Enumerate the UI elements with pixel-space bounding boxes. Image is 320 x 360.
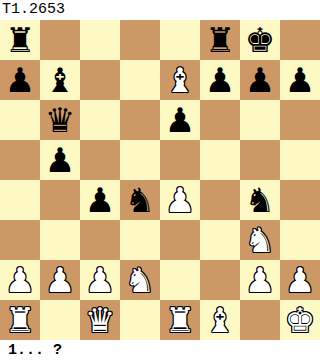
piece-white-rook: ♜ — [5, 303, 35, 337]
piece-black-rook: ♜ — [205, 23, 235, 57]
square-e3[interactable] — [160, 220, 200, 260]
piece-white-pawn: ♟ — [45, 263, 75, 297]
piece-white-pawn: ♟ — [245, 263, 275, 297]
square-f5[interactable] — [200, 140, 240, 180]
square-a8[interactable]: ♜ — [0, 20, 40, 60]
piece-white-pawn: ♟ — [165, 183, 195, 217]
piece-black-pawn: ♟ — [245, 63, 275, 97]
square-e6[interactable]: ♟ — [160, 100, 200, 140]
piece-black-pawn: ♟ — [205, 63, 235, 97]
square-h1[interactable]: ♚ — [280, 300, 320, 340]
chess-puzzle-app: T1.2653 ♜♜♚♟♝♝♟♟♟♛♟♟♟♞♟♞♞♟♟♟♞♟♟♜♛♜♝♚ 1..… — [0, 0, 320, 360]
square-a5[interactable] — [0, 140, 40, 180]
square-a7[interactable]: ♟ — [0, 60, 40, 100]
square-a6[interactable] — [0, 100, 40, 140]
square-a4[interactable] — [0, 180, 40, 220]
square-g3[interactable]: ♞ — [240, 220, 280, 260]
square-f7[interactable]: ♟ — [200, 60, 240, 100]
square-d7[interactable] — [120, 60, 160, 100]
square-c3[interactable] — [80, 220, 120, 260]
piece-white-bishop: ♝ — [165, 63, 195, 97]
piece-black-pawn: ♟ — [5, 63, 35, 97]
piece-white-knight: ♞ — [125, 263, 155, 297]
square-h6[interactable] — [280, 100, 320, 140]
square-g4[interactable]: ♞ — [240, 180, 280, 220]
square-g2[interactable]: ♟ — [240, 260, 280, 300]
square-d4[interactable]: ♞ — [120, 180, 160, 220]
square-b4[interactable] — [40, 180, 80, 220]
puzzle-title: T1.2653 — [0, 0, 320, 20]
square-f1[interactable]: ♝ — [200, 300, 240, 340]
square-d5[interactable] — [120, 140, 160, 180]
square-b2[interactable]: ♟ — [40, 260, 80, 300]
square-c1[interactable]: ♛ — [80, 300, 120, 340]
piece-black-pawn: ♟ — [285, 63, 315, 97]
square-c7[interactable] — [80, 60, 120, 100]
piece-white-bishop: ♝ — [205, 303, 235, 337]
square-e4[interactable]: ♟ — [160, 180, 200, 220]
piece-white-pawn: ♟ — [285, 263, 315, 297]
piece-white-queen: ♛ — [85, 303, 115, 337]
piece-white-king: ♚ — [285, 303, 315, 337]
square-c4[interactable]: ♟ — [80, 180, 120, 220]
square-h5[interactable] — [280, 140, 320, 180]
square-e5[interactable] — [160, 140, 200, 180]
square-a2[interactable]: ♟ — [0, 260, 40, 300]
square-h4[interactable] — [280, 180, 320, 220]
square-f6[interactable] — [200, 100, 240, 140]
square-g5[interactable] — [240, 140, 280, 180]
piece-black-pawn: ♟ — [45, 143, 75, 177]
piece-black-king: ♚ — [245, 23, 275, 57]
square-h7[interactable]: ♟ — [280, 60, 320, 100]
square-h2[interactable]: ♟ — [280, 260, 320, 300]
piece-black-knight: ♞ — [125, 183, 155, 217]
square-g7[interactable]: ♟ — [240, 60, 280, 100]
square-b1[interactable] — [40, 300, 80, 340]
piece-black-pawn: ♟ — [85, 183, 115, 217]
square-a3[interactable] — [0, 220, 40, 260]
square-f2[interactable] — [200, 260, 240, 300]
piece-white-knight: ♞ — [245, 223, 275, 257]
piece-white-pawn: ♟ — [5, 263, 35, 297]
piece-black-bishop: ♝ — [45, 63, 75, 97]
square-d8[interactable] — [120, 20, 160, 60]
square-e7[interactable]: ♝ — [160, 60, 200, 100]
piece-white-pawn: ♟ — [85, 263, 115, 297]
square-b6[interactable]: ♛ — [40, 100, 80, 140]
chess-board: ♜♜♚♟♝♝♟♟♟♛♟♟♟♞♟♞♞♟♟♟♞♟♟♜♛♜♝♚ — [0, 20, 320, 340]
square-h8[interactable] — [280, 20, 320, 60]
square-b3[interactable] — [40, 220, 80, 260]
square-b8[interactable] — [40, 20, 80, 60]
square-f3[interactable] — [200, 220, 240, 260]
square-c2[interactable]: ♟ — [80, 260, 120, 300]
piece-black-knight: ♞ — [245, 183, 275, 217]
square-f8[interactable]: ♜ — [200, 20, 240, 60]
square-g8[interactable]: ♚ — [240, 20, 280, 60]
square-g1[interactable] — [240, 300, 280, 340]
square-d1[interactable] — [120, 300, 160, 340]
piece-white-rook: ♜ — [165, 303, 195, 337]
square-c5[interactable] — [80, 140, 120, 180]
square-d2[interactable]: ♞ — [120, 260, 160, 300]
square-e2[interactable] — [160, 260, 200, 300]
square-a1[interactable]: ♜ — [0, 300, 40, 340]
square-d6[interactable] — [120, 100, 160, 140]
square-b5[interactable]: ♟ — [40, 140, 80, 180]
square-e8[interactable] — [160, 20, 200, 60]
square-e1[interactable]: ♜ — [160, 300, 200, 340]
piece-black-rook: ♜ — [5, 23, 35, 57]
piece-black-queen: ♛ — [45, 103, 75, 137]
move-prompt: 1... ? — [0, 340, 320, 360]
square-f4[interactable] — [200, 180, 240, 220]
square-c6[interactable] — [80, 100, 120, 140]
square-b7[interactable]: ♝ — [40, 60, 80, 100]
square-c8[interactable] — [80, 20, 120, 60]
square-d3[interactable] — [120, 220, 160, 260]
square-g6[interactable] — [240, 100, 280, 140]
square-h3[interactable] — [280, 220, 320, 260]
piece-black-pawn: ♟ — [165, 103, 195, 137]
